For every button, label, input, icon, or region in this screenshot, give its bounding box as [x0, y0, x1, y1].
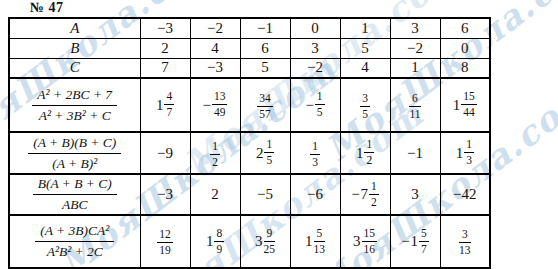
fraction-numerator: 12 [157, 228, 173, 243]
formula-numerator: (A + B)(B + C) [28, 134, 121, 154]
mixed-number: 112 [356, 138, 374, 168]
variable-value: −2 [390, 38, 440, 58]
fraction-part: 12 [364, 138, 374, 168]
mixed-number: 3 [411, 187, 419, 202]
fraction-numerator: 1 [464, 138, 474, 153]
answer-value: 313 [440, 215, 490, 268]
formula-denominator: A² + 3B² + C [32, 106, 117, 125]
variable-value: 3 [290, 38, 340, 58]
formula-fraction: B(A + B + C)ABC [33, 175, 117, 213]
minus-sign: − [351, 187, 359, 202]
whole-part: 1 [305, 234, 313, 249]
variable-value: 8 [440, 58, 490, 78]
minus-sign: − [401, 234, 409, 249]
mixed-number: 147 [156, 90, 174, 120]
variable-value: 1 [340, 18, 390, 38]
answer-table-body: A−3−2−10136B24635−20C7−35−2418A² + 2BC +… [9, 18, 490, 268]
formula-label: (A + 3B)CA²A²B² + 2C [9, 215, 140, 268]
fraction-part: 89 [214, 227, 224, 257]
variable-value: −2 [290, 58, 340, 78]
fraction-denominator: 9 [214, 242, 224, 257]
answer-value: 35 [340, 78, 390, 132]
answer-value: 215 [240, 132, 290, 174]
mixed-number: −15 [305, 90, 324, 120]
answer-value: −42 [440, 174, 490, 215]
fraction-part: 1349 [212, 90, 228, 120]
answer-value: 112 [340, 132, 390, 174]
integer-value: −1 [407, 146, 423, 161]
fraction-denominator: 2 [369, 195, 379, 210]
answer-value: −157 [390, 215, 440, 268]
fraction-part: 1219 [157, 228, 173, 258]
answer-value: 3925 [240, 215, 290, 268]
scanned-answer-page: МояШкола.com МояШкола.com МояШкола.com М… [0, 0, 558, 269]
fraction-numerator: 3 [459, 228, 471, 243]
integer-value: −5 [257, 187, 273, 202]
fraction-numerator: 8 [214, 227, 224, 242]
fraction-part: 925 [264, 227, 276, 257]
variable-label: B [9, 38, 140, 58]
mixed-number: 31516 [353, 227, 377, 257]
answer-value: 611 [390, 78, 440, 132]
whole-part: 2 [256, 146, 264, 161]
variable-row-A: A−3−2−10136 [9, 18, 490, 38]
fraction-part: 57 [419, 227, 429, 257]
fraction-part: 35 [360, 92, 370, 122]
integer-value: −3 [157, 187, 173, 202]
answer-value: 1513 [290, 215, 340, 268]
answer-value: −5 [240, 174, 290, 215]
variable-value: 3 [390, 18, 440, 38]
variable-value: 5 [340, 38, 390, 58]
whole-part: 1 [456, 146, 464, 161]
fraction-part: 1544 [461, 90, 477, 120]
fraction-numerator: 1 [315, 90, 325, 105]
mixed-number: 215 [256, 138, 274, 168]
formula-row-3: B(A + B + C)ABC−32−5−6−7123−42 [9, 174, 490, 215]
integer-value: −9 [157, 146, 173, 161]
answer-value: 31516 [340, 215, 390, 268]
fraction-part: 13 [464, 138, 474, 168]
variable-value: −3 [140, 18, 190, 38]
answer-value: −1349 [190, 78, 240, 132]
fraction-part: 1516 [362, 227, 378, 257]
fraction-numerator: 15 [362, 227, 378, 242]
fraction-numerator: 1 [310, 140, 320, 155]
answer-value: 3 [390, 174, 440, 215]
mixed-number: 13 [310, 140, 320, 170]
variable-value: 6 [240, 38, 290, 58]
answer-value: 113 [440, 132, 490, 174]
variable-value: 4 [340, 58, 390, 78]
formula-label: (A + B)(B + C)(A + B)² [9, 132, 140, 174]
mixed-number: 3925 [255, 227, 275, 257]
variable-value: 6 [440, 18, 490, 38]
answer-value: 147 [140, 78, 190, 132]
whole-part: 1 [156, 98, 164, 113]
variable-value: 2 [140, 38, 190, 58]
fraction-denominator: 44 [461, 105, 477, 120]
fraction-denominator: 7 [419, 242, 429, 257]
answer-value: −712 [340, 174, 390, 215]
mixed-number: 1219 [157, 228, 173, 258]
fraction-numerator: 1 [364, 138, 374, 153]
fraction-denominator: 57 [257, 107, 273, 122]
fraction-denominator: 19 [157, 243, 173, 258]
answer-value: 13 [290, 132, 340, 174]
integer-value: −42 [453, 187, 476, 202]
formula-denominator: ABC [33, 195, 117, 214]
fraction-part: 15 [315, 90, 325, 120]
variable-label: C [9, 58, 140, 78]
mixed-number: −1 [407, 146, 423, 161]
answer-value: 3457 [240, 78, 290, 132]
mixed-number: −6 [307, 187, 323, 202]
fraction-numerator: 3 [360, 92, 370, 107]
fraction-part: 12 [210, 140, 220, 170]
variable-row-C: C7−35−2418 [9, 58, 490, 78]
mixed-number: 611 [409, 92, 420, 122]
answer-value: 2 [190, 174, 240, 215]
variable-value: 0 [440, 38, 490, 58]
answer-value: −15 [290, 78, 340, 132]
formula-row-4: (A + 3B)CA²A²B² + 2C12191893925151331516… [9, 215, 490, 268]
minus-sign: − [203, 98, 211, 113]
fraction-part: 47 [164, 90, 174, 120]
fraction-denominator: 11 [409, 107, 420, 122]
fraction-denominator: 13 [459, 243, 471, 258]
variable-label: A [9, 18, 140, 38]
mixed-number: −9 [157, 146, 173, 161]
mixed-number: −712 [351, 180, 379, 210]
formula-denominator: (A + B)² [28, 154, 121, 173]
fraction-numerator: 6 [409, 92, 420, 107]
variable-value: −2 [190, 18, 240, 38]
answer-value: 12 [190, 132, 240, 174]
fraction-numerator: 9 [264, 227, 276, 242]
mixed-number: 2 [211, 187, 219, 202]
fraction-numerator: 1 [369, 180, 379, 195]
formula-label: A² + 2BC + 7A² + 3B² + C [9, 78, 140, 132]
mixed-number: −42 [453, 187, 476, 202]
minus-sign: − [305, 98, 313, 113]
formula-fraction: (A + B)(B + C)(A + B)² [28, 134, 121, 172]
whole-part: 1 [356, 146, 364, 161]
mixed-number: −157 [401, 227, 429, 257]
mixed-number: 313 [459, 228, 471, 258]
fraction-denominator: 5 [315, 105, 325, 120]
fraction-denominator: 49 [212, 105, 228, 120]
fraction-denominator: 13 [314, 242, 326, 257]
answer-value: −1 [390, 132, 440, 174]
formula-row-2: (A + B)(B + C)(A + B)²−91221513112−1113 [9, 132, 490, 174]
mixed-number: 3457 [257, 92, 273, 122]
integer-value: −6 [307, 187, 323, 202]
variable-value: 1 [390, 58, 440, 78]
integer-value: 2 [211, 187, 219, 202]
answer-table: A−3−2−10136B24635−20C7−35−2418A² + 2BC +… [8, 17, 491, 269]
mixed-number: −1349 [203, 90, 228, 120]
fraction-part: 12 [369, 180, 379, 210]
mixed-number: 12 [210, 140, 220, 170]
fraction-denominator: 25 [264, 242, 276, 257]
formula-numerator: B(A + B + C) [33, 175, 117, 195]
fraction-numerator: 1 [264, 138, 274, 153]
fraction-numerator: 15 [461, 90, 477, 105]
formula-row-1: A² + 2BC + 7A² + 3B² + C147−13493457−153… [9, 78, 490, 132]
formula-label: B(A + B + C)ABC [9, 174, 140, 215]
answer-value: −3 [140, 174, 190, 215]
variable-value: −3 [190, 58, 240, 78]
mixed-number: −5 [257, 187, 273, 202]
fraction-part: 15 [264, 138, 274, 168]
variable-value: 7 [140, 58, 190, 78]
whole-part: 1 [206, 234, 214, 249]
mixed-number: 1513 [305, 227, 325, 257]
variable-value: −1 [240, 18, 290, 38]
variable-value: 5 [240, 58, 290, 78]
fraction-denominator: 3 [310, 155, 320, 170]
whole-part: 1 [411, 234, 419, 249]
whole-part: 3 [353, 234, 361, 249]
integer-value: 3 [411, 187, 419, 202]
mixed-number: 113 [456, 138, 474, 168]
variable-value: 4 [190, 38, 240, 58]
answer-value: −9 [140, 132, 190, 174]
formula-denominator: A²B² + 2C [35, 242, 114, 261]
fraction-part: 3457 [257, 92, 273, 122]
fraction-numerator: 34 [257, 92, 273, 107]
mixed-number: 189 [206, 227, 224, 257]
whole-part: 1 [453, 98, 461, 113]
mixed-number: 11544 [453, 90, 477, 120]
whole-part: 3 [255, 234, 263, 249]
formula-fraction: (A + 3B)CA²A²B² + 2C [35, 222, 114, 260]
fraction-numerator: 13 [212, 90, 228, 105]
fraction-denominator: 5 [264, 153, 274, 168]
fraction-denominator: 3 [464, 153, 474, 168]
formula-fraction: A² + 2BC + 7A² + 3B² + C [32, 86, 117, 124]
fraction-denominator: 2 [364, 153, 374, 168]
variable-row-B: B24635−20 [9, 38, 490, 58]
fraction-denominator: 7 [164, 105, 174, 120]
fraction-part: 513 [314, 227, 326, 257]
fraction-numerator: 5 [314, 227, 326, 242]
formula-numerator: (A + 3B)CA² [35, 222, 114, 242]
fraction-numerator: 1 [210, 140, 220, 155]
answer-value: −6 [290, 174, 340, 215]
mixed-number: 35 [360, 92, 370, 122]
fraction-part: 611 [409, 92, 420, 122]
fraction-numerator: 4 [164, 90, 174, 105]
answer-value: 11544 [440, 78, 490, 132]
mixed-number: −3 [157, 187, 173, 202]
formula-numerator: A² + 2BC + 7 [32, 86, 117, 106]
problem-number: № 47 [30, 0, 64, 16]
answer-value: 189 [190, 215, 240, 268]
fraction-part: 13 [310, 140, 320, 170]
fraction-part: 313 [459, 228, 471, 258]
fraction-denominator: 16 [362, 242, 378, 257]
fraction-numerator: 5 [419, 227, 429, 242]
fraction-denominator: 5 [360, 107, 370, 122]
whole-part: 7 [361, 187, 369, 202]
answer-value: 1219 [140, 215, 190, 268]
fraction-denominator: 2 [210, 155, 220, 170]
variable-value: 0 [290, 18, 340, 38]
